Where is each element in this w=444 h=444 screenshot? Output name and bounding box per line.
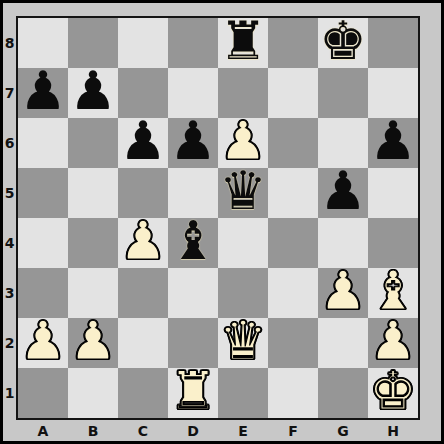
square-f6[interactable] — [268, 118, 318, 168]
square-g7[interactable] — [318, 68, 368, 118]
piece-white-pawn-g3[interactable]: ♟ — [319, 266, 367, 316]
square-a4[interactable] — [18, 218, 68, 268]
square-f8[interactable] — [268, 18, 318, 68]
piece-white-queen-e2[interactable]: ♛ — [219, 316, 267, 366]
piece-white-pawn-b2[interactable]: ♟ — [69, 316, 117, 366]
square-c8[interactable] — [118, 18, 168, 68]
square-f5[interactable] — [268, 168, 318, 218]
file-label-a: A — [18, 420, 68, 441]
rank-label-3: 3 — [3, 268, 16, 318]
board-margin: ♜♚♟♟♟♟♟♟♛♟♟♝♟♝♟♟♛♟♜♚ 87654321 ABCDEFGH — [3, 3, 441, 441]
rank-label-8: 8 — [3, 18, 16, 68]
piece-black-pawn-h6[interactable]: ♟ — [369, 116, 417, 166]
piece-white-rook-d1[interactable]: ♜ — [169, 366, 217, 416]
square-f4[interactable] — [268, 218, 318, 268]
square-f7[interactable] — [268, 68, 318, 118]
square-b4[interactable] — [68, 218, 118, 268]
piece-black-pawn-d6[interactable]: ♟ — [169, 116, 217, 166]
rank-label-2: 2 — [3, 318, 16, 368]
square-e5[interactable]: ♛ — [218, 168, 268, 218]
piece-black-bishop-d4[interactable]: ♝ — [169, 216, 217, 266]
file-label-c: C — [118, 420, 168, 441]
square-g1[interactable] — [318, 368, 368, 418]
rank-label-6: 6 — [3, 118, 16, 168]
rank-label-5: 5 — [3, 168, 16, 218]
square-c1[interactable] — [118, 368, 168, 418]
chess-board: ♜♚♟♟♟♟♟♟♛♟♟♝♟♝♟♟♛♟♜♚ — [16, 16, 420, 420]
square-b7[interactable]: ♟ — [68, 68, 118, 118]
square-h6[interactable]: ♟ — [368, 118, 418, 168]
square-d4[interactable]: ♝ — [168, 218, 218, 268]
square-a7[interactable]: ♟ — [18, 68, 68, 118]
piece-white-bishop-h3[interactable]: ♝ — [369, 266, 417, 316]
square-c2[interactable] — [118, 318, 168, 368]
square-h1[interactable]: ♚ — [368, 368, 418, 418]
square-d8[interactable] — [168, 18, 218, 68]
square-f2[interactable] — [268, 318, 318, 368]
chess-diagram-frame: ♜♚♟♟♟♟♟♟♛♟♟♝♟♝♟♟♛♟♜♚ 87654321 ABCDEFGH — [0, 0, 444, 444]
square-b6[interactable] — [68, 118, 118, 168]
square-a2[interactable]: ♟ — [18, 318, 68, 368]
square-d6[interactable]: ♟ — [168, 118, 218, 168]
file-label-d: D — [168, 420, 218, 441]
file-label-f: F — [268, 420, 318, 441]
square-a6[interactable] — [18, 118, 68, 168]
square-a5[interactable] — [18, 168, 68, 218]
square-b5[interactable] — [68, 168, 118, 218]
piece-black-king-g8[interactable]: ♚ — [319, 16, 367, 66]
square-g2[interactable] — [318, 318, 368, 368]
rank-label-1: 1 — [3, 368, 16, 418]
square-c6[interactable]: ♟ — [118, 118, 168, 168]
piece-white-pawn-e6[interactable]: ♟ — [219, 116, 267, 166]
file-label-g: G — [318, 420, 368, 441]
rank-label-7: 7 — [3, 68, 16, 118]
square-a1[interactable] — [18, 368, 68, 418]
file-label-b: B — [68, 420, 118, 441]
square-c4[interactable]: ♟ — [118, 218, 168, 268]
square-e8[interactable]: ♜ — [218, 18, 268, 68]
square-f1[interactable] — [268, 368, 318, 418]
piece-black-pawn-a7[interactable]: ♟ — [19, 66, 67, 116]
square-h5[interactable] — [368, 168, 418, 218]
square-e4[interactable] — [218, 218, 268, 268]
square-h8[interactable] — [368, 18, 418, 68]
piece-black-pawn-c6[interactable]: ♟ — [119, 116, 167, 166]
piece-black-queen-e5[interactable]: ♛ — [219, 166, 267, 216]
piece-black-pawn-g5[interactable]: ♟ — [319, 166, 367, 216]
square-b2[interactable]: ♟ — [68, 318, 118, 368]
piece-black-pawn-b7[interactable]: ♟ — [69, 66, 117, 116]
piece-white-king-h1[interactable]: ♚ — [369, 366, 417, 416]
file-label-e: E — [218, 420, 268, 441]
square-d1[interactable]: ♜ — [168, 368, 218, 418]
rank-label-4: 4 — [3, 218, 16, 268]
file-label-h: H — [368, 420, 418, 441]
square-e1[interactable] — [218, 368, 268, 418]
square-g3[interactable]: ♟ — [318, 268, 368, 318]
square-c3[interactable] — [118, 268, 168, 318]
square-b1[interactable] — [68, 368, 118, 418]
piece-white-pawn-h2[interactable]: ♟ — [369, 316, 417, 366]
square-g8[interactable]: ♚ — [318, 18, 368, 68]
piece-black-rook-e8[interactable]: ♜ — [219, 16, 267, 66]
piece-white-pawn-c4[interactable]: ♟ — [119, 216, 167, 266]
square-g5[interactable]: ♟ — [318, 168, 368, 218]
square-e2[interactable]: ♛ — [218, 318, 268, 368]
square-d3[interactable] — [168, 268, 218, 318]
square-f3[interactable] — [268, 268, 318, 318]
piece-white-pawn-a2[interactable]: ♟ — [19, 316, 67, 366]
